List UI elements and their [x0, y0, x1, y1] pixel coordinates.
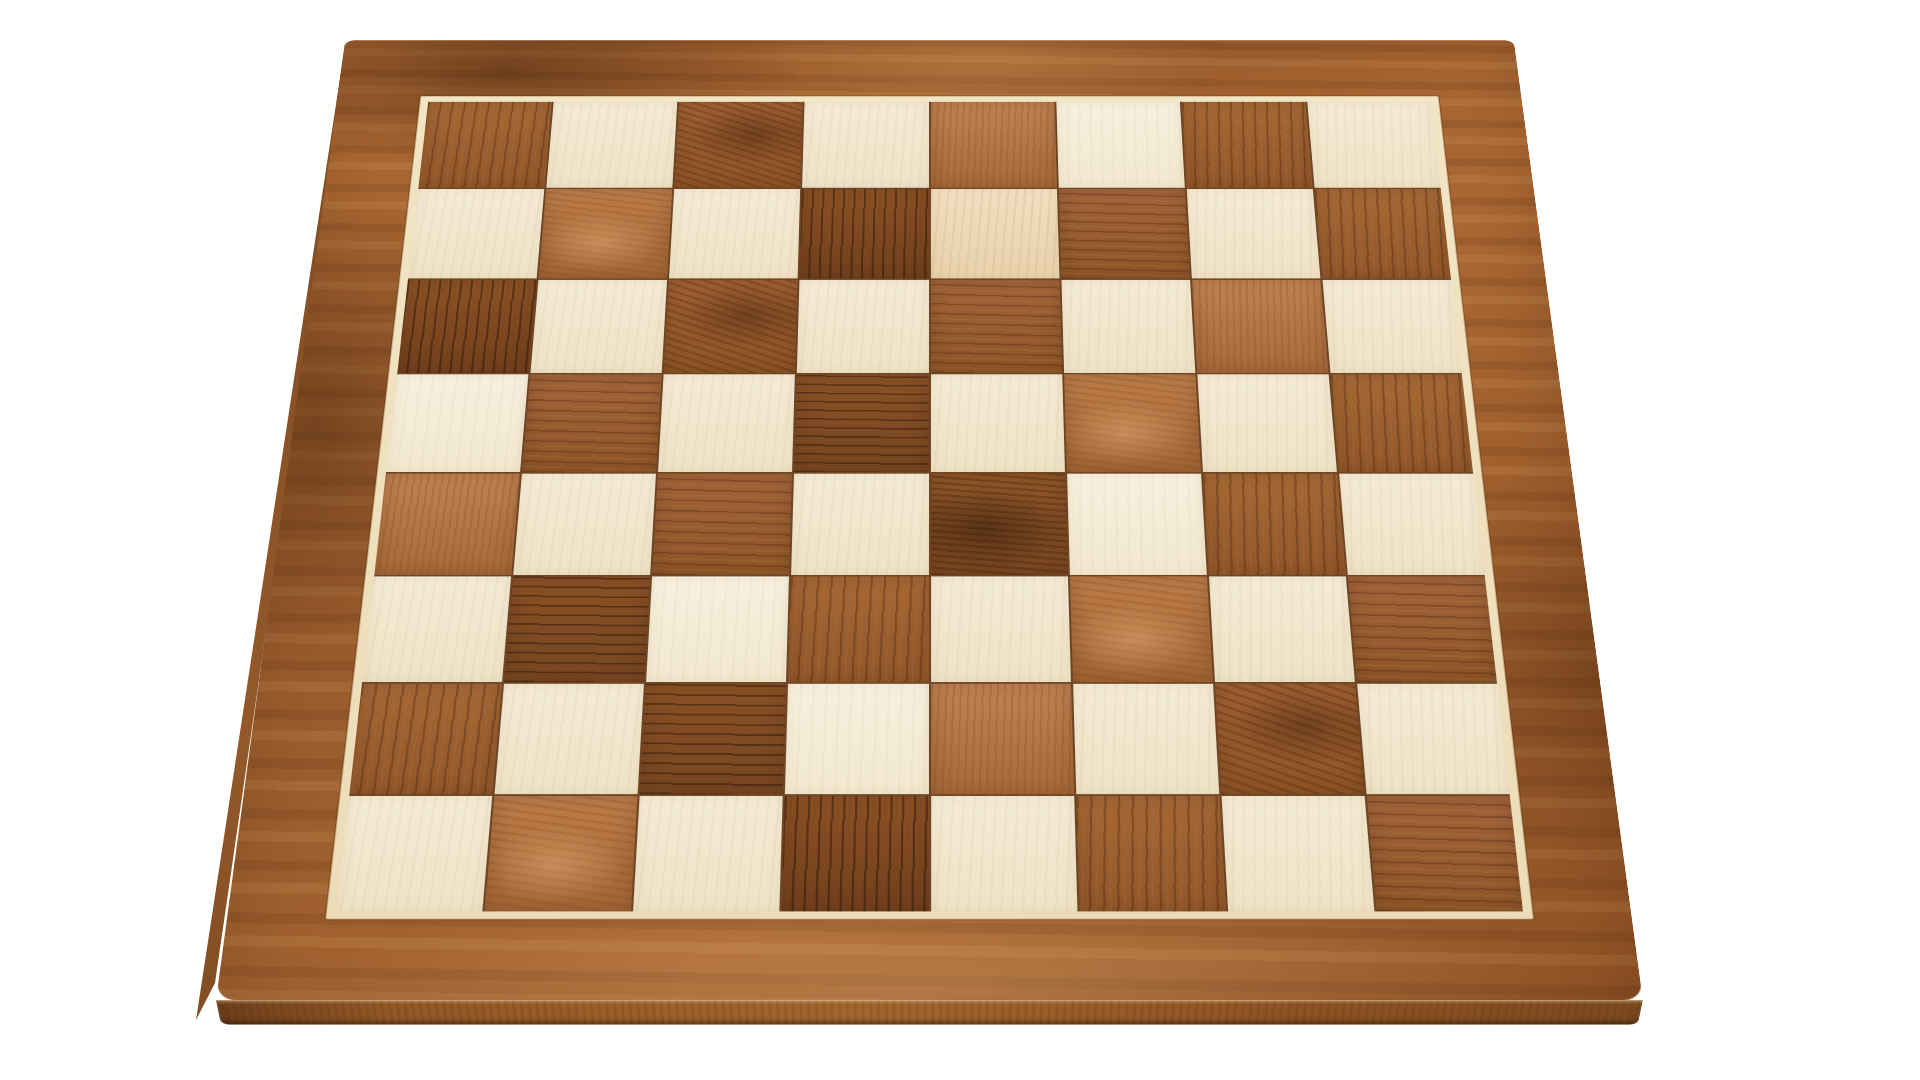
square-h3[interactable] — [1348, 576, 1497, 682]
board-front-edge — [216, 1000, 1643, 1024]
square-d6[interactable] — [797, 280, 928, 373]
square-d3[interactable] — [788, 576, 928, 682]
square-b8[interactable] — [546, 102, 677, 188]
square-b5[interactable] — [522, 375, 662, 472]
square-a2[interactable] — [349, 684, 502, 795]
square-f7[interactable] — [1058, 189, 1189, 279]
square-c3[interactable] — [646, 576, 789, 682]
square-f5[interactable] — [1064, 375, 1201, 472]
square-d4[interactable] — [791, 473, 928, 574]
square-h5[interactable] — [1330, 375, 1472, 472]
square-e5[interactable] — [930, 375, 1064, 472]
square-c4[interactable] — [652, 473, 792, 574]
board-border — [216, 40, 1643, 1000]
square-h4[interactable] — [1339, 473, 1485, 574]
square-d5[interactable] — [794, 375, 928, 472]
square-f2[interactable] — [1073, 684, 1219, 795]
square-f1[interactable] — [1076, 796, 1226, 912]
square-g6[interactable] — [1192, 280, 1329, 373]
square-c5[interactable] — [658, 375, 795, 472]
square-d2[interactable] — [785, 684, 928, 795]
square-c2[interactable] — [640, 684, 786, 795]
square-a6[interactable] — [397, 280, 536, 373]
square-e4[interactable] — [931, 473, 1068, 574]
square-h1[interactable] — [1367, 796, 1523, 912]
square-a1[interactable] — [336, 796, 492, 912]
square-h6[interactable] — [1322, 280, 1461, 373]
square-a5[interactable] — [386, 375, 528, 472]
square-g2[interactable] — [1215, 684, 1364, 795]
square-c8[interactable] — [674, 102, 803, 188]
square-b7[interactable] — [539, 189, 673, 279]
square-b6[interactable] — [531, 280, 668, 373]
square-e8[interactable] — [930, 102, 1056, 188]
square-g8[interactable] — [1182, 102, 1313, 188]
square-a8[interactable] — [418, 102, 552, 188]
square-g3[interactable] — [1209, 576, 1355, 682]
square-e1[interactable] — [931, 796, 1077, 912]
square-a3[interactable] — [362, 576, 511, 682]
square-c6[interactable] — [664, 280, 798, 373]
square-e3[interactable] — [931, 576, 1071, 682]
square-c1[interactable] — [633, 796, 783, 912]
square-e7[interactable] — [930, 189, 1059, 279]
square-f8[interactable] — [1056, 102, 1185, 188]
square-b3[interactable] — [504, 576, 650, 682]
square-a7[interactable] — [408, 189, 544, 279]
photo-background — [0, 0, 1920, 1080]
square-e2[interactable] — [931, 684, 1074, 795]
square-b2[interactable] — [495, 684, 644, 795]
square-h8[interactable] — [1307, 102, 1441, 188]
square-g1[interactable] — [1221, 796, 1374, 912]
square-f6[interactable] — [1061, 280, 1195, 373]
square-b4[interactable] — [513, 473, 656, 574]
square-c7[interactable] — [669, 189, 800, 279]
square-g4[interactable] — [1203, 473, 1346, 574]
square-g5[interactable] — [1197, 375, 1337, 472]
square-f3[interactable] — [1070, 576, 1213, 682]
square-a4[interactable] — [374, 473, 520, 574]
square-b1[interactable] — [485, 796, 638, 912]
square-g7[interactable] — [1187, 189, 1321, 279]
square-h7[interactable] — [1315, 189, 1451, 279]
square-d8[interactable] — [802, 102, 928, 188]
square-e6[interactable] — [930, 280, 1061, 373]
square-h2[interactable] — [1357, 684, 1510, 795]
board-grid — [336, 102, 1523, 912]
chess-board — [216, 40, 1643, 1000]
square-f4[interactable] — [1067, 473, 1207, 574]
square-d7[interactable] — [800, 189, 929, 279]
square-d1[interactable] — [782, 796, 928, 912]
